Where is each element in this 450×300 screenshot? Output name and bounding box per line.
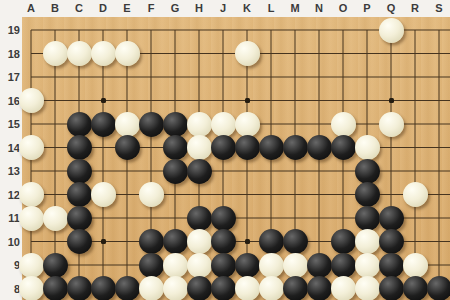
- white-stone-P14[interactable]: [355, 135, 380, 160]
- white-stone-E15[interactable]: [115, 112, 140, 137]
- white-stone-L8[interactable]: [259, 276, 284, 300]
- black-stone-H11[interactable]: [187, 206, 212, 231]
- black-stone-K14[interactable]: [235, 135, 260, 160]
- black-stone-D15[interactable]: [91, 112, 116, 137]
- black-stone-L14[interactable]: [259, 135, 284, 160]
- black-stone-G13[interactable]: [163, 159, 188, 184]
- row-label-16: 16: [0, 94, 20, 108]
- black-stone-P11[interactable]: [355, 206, 380, 231]
- white-stone-A8[interactable]: [19, 276, 44, 300]
- white-stone-P8[interactable]: [355, 276, 380, 300]
- row-label-18: 18: [0, 47, 20, 61]
- column-label-O: O: [333, 2, 353, 15]
- black-stone-D8[interactable]: [91, 276, 116, 300]
- black-stone-G14[interactable]: [163, 135, 188, 160]
- black-stone-F9[interactable]: [139, 253, 164, 278]
- black-stone-R8[interactable]: [403, 276, 428, 300]
- white-stone-K18[interactable]: [235, 41, 260, 66]
- black-stone-C15[interactable]: [67, 112, 92, 137]
- black-stone-H13[interactable]: [187, 159, 212, 184]
- black-stone-N8[interactable]: [307, 276, 332, 300]
- white-stone-Q15[interactable]: [379, 112, 404, 137]
- go-app-window: ABCDEFGHJKLMNOPQRS 191817161514131211109…: [0, 0, 450, 300]
- white-stone-C18[interactable]: [67, 41, 92, 66]
- white-stone-P10[interactable]: [355, 229, 380, 254]
- black-stone-M14[interactable]: [283, 135, 308, 160]
- black-stone-E8[interactable]: [115, 276, 140, 300]
- black-stone-C12[interactable]: [67, 182, 92, 207]
- row-label-14: 14: [0, 141, 20, 155]
- column-label-N: N: [309, 2, 329, 15]
- row-label-12: 12: [0, 188, 20, 202]
- white-stone-B11[interactable]: [43, 206, 68, 231]
- star-point-K10: [245, 239, 250, 244]
- column-label-P: P: [357, 2, 377, 15]
- row-label-13: 13: [0, 164, 20, 178]
- black-stone-N9[interactable]: [307, 253, 332, 278]
- black-stone-J9[interactable]: [211, 253, 236, 278]
- black-stone-B8[interactable]: [43, 276, 68, 300]
- white-stone-L9[interactable]: [259, 253, 284, 278]
- black-stone-O10[interactable]: [331, 229, 356, 254]
- black-stone-O9[interactable]: [331, 253, 356, 278]
- white-stone-D18[interactable]: [91, 41, 116, 66]
- black-stone-G15[interactable]: [163, 112, 188, 137]
- row-label-15: 15: [0, 117, 20, 131]
- white-stone-B18[interactable]: [43, 41, 68, 66]
- row-label-8: 8: [0, 282, 20, 296]
- white-stone-Q19[interactable]: [379, 18, 404, 43]
- black-stone-B9[interactable]: [43, 253, 68, 278]
- white-stone-R9[interactable]: [403, 253, 428, 278]
- column-label-K: K: [237, 2, 257, 15]
- black-stone-O14[interactable]: [331, 135, 356, 160]
- column-label-H: H: [189, 2, 209, 15]
- black-stone-F10[interactable]: [139, 229, 164, 254]
- row-label-11: 11: [0, 211, 20, 225]
- white-stone-A14[interactable]: [19, 135, 44, 160]
- black-stone-H8[interactable]: [187, 276, 212, 300]
- white-stone-O8[interactable]: [331, 276, 356, 300]
- black-stone-K9[interactable]: [235, 253, 260, 278]
- black-stone-C11[interactable]: [67, 206, 92, 231]
- star-point-D16: [101, 98, 106, 103]
- white-stone-F8[interactable]: [139, 276, 164, 300]
- black-stone-J11[interactable]: [211, 206, 236, 231]
- column-label-D: D: [93, 2, 113, 15]
- white-stone-R12[interactable]: [403, 182, 428, 207]
- white-stone-A16[interactable]: [19, 88, 44, 113]
- black-stone-C8[interactable]: [67, 276, 92, 300]
- column-label-C: C: [69, 2, 89, 15]
- column-label-A: A: [21, 2, 41, 15]
- black-stone-F15[interactable]: [139, 112, 164, 137]
- black-stone-N14[interactable]: [307, 135, 332, 160]
- row-label-17: 17: [0, 70, 20, 84]
- column-label-S: S: [429, 2, 449, 15]
- white-stone-H10[interactable]: [187, 229, 212, 254]
- white-stone-K8[interactable]: [235, 276, 260, 300]
- column-label-B: B: [45, 2, 65, 15]
- white-stone-D12[interactable]: [91, 182, 116, 207]
- black-stone-L10[interactable]: [259, 229, 284, 254]
- star-point-K16: [245, 98, 250, 103]
- column-label-R: R: [405, 2, 425, 15]
- white-stone-G8[interactable]: [163, 276, 188, 300]
- black-stone-S8[interactable]: [427, 276, 450, 300]
- black-stone-M10[interactable]: [283, 229, 308, 254]
- white-stone-O15[interactable]: [331, 112, 356, 137]
- white-stone-G9[interactable]: [163, 253, 188, 278]
- star-point-D10: [101, 239, 106, 244]
- row-label-10: 10: [0, 235, 20, 249]
- black-stone-M8[interactable]: [283, 276, 308, 300]
- column-label-Q: Q: [381, 2, 401, 15]
- black-stone-P12[interactable]: [355, 182, 380, 207]
- star-point-Q16: [389, 98, 394, 103]
- white-stone-P9[interactable]: [355, 253, 380, 278]
- white-stone-M9[interactable]: [283, 253, 308, 278]
- row-label-9: 9: [0, 258, 20, 272]
- white-stone-A12[interactable]: [19, 182, 44, 207]
- black-stone-Q9[interactable]: [379, 253, 404, 278]
- white-stone-F12[interactable]: [139, 182, 164, 207]
- white-stone-A11[interactable]: [19, 206, 44, 231]
- black-stone-Q11[interactable]: [379, 206, 404, 231]
- black-stone-Q8[interactable]: [379, 276, 404, 300]
- column-label-M: M: [285, 2, 305, 15]
- white-stone-E18[interactable]: [115, 41, 140, 66]
- black-stone-J8[interactable]: [211, 276, 236, 300]
- column-label-F: F: [141, 2, 161, 15]
- black-stone-P13[interactable]: [355, 159, 380, 184]
- black-stone-Q10[interactable]: [379, 229, 404, 254]
- column-label-E: E: [117, 2, 137, 15]
- black-stone-G10[interactable]: [163, 229, 188, 254]
- white-stone-A9[interactable]: [19, 253, 44, 278]
- column-label-L: L: [261, 2, 281, 15]
- column-label-J: J: [213, 2, 233, 15]
- row-label-19: 19: [0, 23, 20, 37]
- white-stone-H14[interactable]: [187, 135, 212, 160]
- black-stone-C13[interactable]: [67, 159, 92, 184]
- column-label-G: G: [165, 2, 185, 15]
- white-stone-K15[interactable]: [235, 112, 260, 137]
- white-stone-H15[interactable]: [187, 112, 212, 137]
- white-stone-H9[interactable]: [187, 253, 212, 278]
- black-stone-J14[interactable]: [211, 135, 236, 160]
- black-stone-C14[interactable]: [67, 135, 92, 160]
- black-stone-J10[interactable]: [211, 229, 236, 254]
- white-stone-J15[interactable]: [211, 112, 236, 137]
- black-stone-E14[interactable]: [115, 135, 140, 160]
- black-stone-C10[interactable]: [67, 229, 92, 254]
